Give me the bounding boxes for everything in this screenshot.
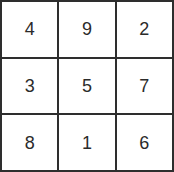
cell-value: 8 — [25, 134, 35, 152]
cell-r0c0: 4 — [2, 2, 57, 57]
cell-r1c0: 3 — [2, 59, 57, 114]
cell-r1c2: 7 — [117, 59, 172, 114]
cell-value: 6 — [139, 134, 149, 152]
cell-value: 2 — [139, 20, 149, 38]
cell-value: 3 — [25, 77, 35, 95]
cell-value: 1 — [82, 134, 92, 152]
cell-r2c2: 6 — [117, 115, 172, 170]
magic-square-board: 4 9 2 3 5 7 8 1 6 — [0, 0, 174, 172]
cell-value: 5 — [82, 77, 92, 95]
cell-value: 7 — [139, 77, 149, 95]
cell-value: 9 — [82, 20, 92, 38]
cell-r0c1: 9 — [59, 2, 114, 57]
cell-value: 4 — [25, 20, 35, 38]
cell-r0c2: 2 — [117, 2, 172, 57]
cell-r2c0: 8 — [2, 115, 57, 170]
cell-r2c1: 1 — [59, 115, 114, 170]
cell-r1c1: 5 — [59, 59, 114, 114]
